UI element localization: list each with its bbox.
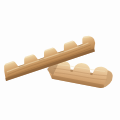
chew-sticks-illustration [0,0,120,120]
product-photo [0,0,120,120]
